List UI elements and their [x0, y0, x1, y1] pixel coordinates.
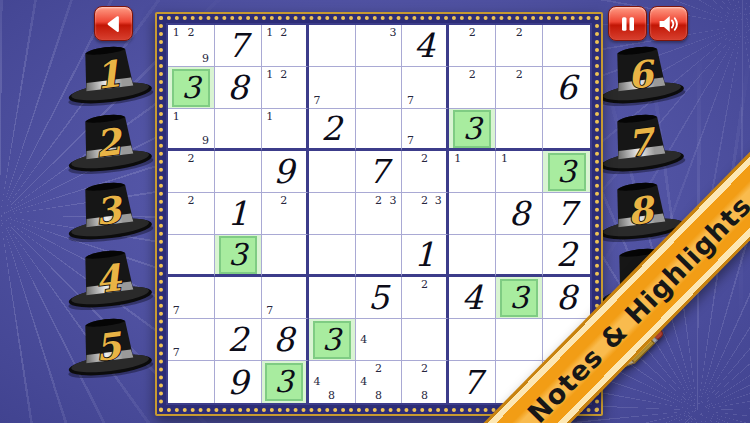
svg-text:1: 1: [93, 52, 123, 98]
pause-icon: [615, 12, 641, 36]
cell-r1c4[interactable]: [309, 25, 356, 67]
pencil-marks: 2: [450, 26, 494, 65]
pencil-marks: 2: [497, 68, 541, 107]
cell-value: 7: [368, 155, 389, 188]
hat-5[interactable]: 5: [62, 315, 154, 377]
cell-value: 2: [556, 238, 577, 271]
cell-r3c2[interactable]: [215, 109, 262, 151]
cell-value-highlighted: 3: [265, 363, 303, 401]
hat-7[interactable]: 7: [594, 111, 686, 173]
top-hat-icon: 7: [594, 111, 686, 173]
cell-r2c1[interactable]: 3: [168, 67, 215, 109]
hat-2[interactable]: 2: [62, 111, 154, 173]
cell-value: 7: [462, 366, 483, 399]
cell-r1c3[interactable]: 12: [262, 25, 309, 67]
cell-r6c7[interactable]: [449, 235, 496, 277]
back-button[interactable]: [94, 6, 133, 41]
cell-r6c3[interactable]: [262, 235, 309, 277]
top-hat-icon: 5: [62, 315, 154, 377]
cell-value-highlighted: 3: [313, 321, 351, 359]
cell-r5c2[interactable]: 1: [215, 193, 262, 235]
pencil-marks: 28: [403, 362, 445, 402]
cell-r9c4[interactable]: 48: [309, 361, 356, 403]
pencil-marks: 23: [357, 194, 401, 233]
top-hat-icon: 4: [62, 247, 154, 309]
top-hat-icon: 2: [62, 111, 154, 173]
pencil-marks: 7: [169, 278, 213, 317]
cell-r4c9[interactable]: 3: [543, 151, 590, 193]
hat-tray-right: 678: [594, 43, 686, 241]
cell-value: 7: [556, 197, 577, 230]
cell-r7c2[interactable]: [215, 277, 262, 319]
pencil-marks: 1: [497, 152, 541, 191]
cell-r9c2[interactable]: 9: [215, 361, 262, 403]
cell-r8c6[interactable]: [402, 319, 449, 361]
cell-r9c5[interactable]: 248: [356, 361, 403, 403]
cell-r9c7[interactable]: 7: [449, 361, 496, 403]
cell-r2c7[interactable]: 2: [449, 67, 496, 109]
cell-value: 9: [227, 366, 248, 399]
pencil-marks: 7: [263, 278, 305, 317]
pause-button[interactable]: [608, 6, 647, 41]
cell-r2c4[interactable]: 7: [309, 67, 356, 109]
pencil-marks: 248: [357, 362, 401, 402]
cell-r3c4[interactable]: 2: [309, 109, 356, 151]
cell-r5c5[interactable]: 23: [356, 193, 403, 235]
pencil-marks: 7: [169, 320, 213, 359]
cell-value: 4: [414, 29, 435, 62]
cell-r2c8[interactable]: 2: [496, 67, 543, 109]
pencil-marks: 3: [357, 26, 401, 65]
cell-value: 8: [227, 71, 248, 104]
cell-r8c5[interactable]: 4: [356, 319, 403, 361]
cell-r8c7[interactable]: [449, 319, 496, 361]
cell-value-highlighted: 3: [172, 69, 210, 107]
speaker-icon: [656, 12, 682, 36]
cell-value: 8: [509, 197, 530, 230]
cell-value-highlighted: 3: [500, 279, 538, 317]
cell-r1c6[interactable]: 4: [402, 25, 449, 67]
cell-r6c9[interactable]: 2: [543, 235, 590, 277]
cell-r4c3[interactable]: 9: [262, 151, 309, 193]
cell-value: 5: [368, 281, 389, 314]
cell-value-highlighted: 3: [219, 236, 257, 274]
cell-value: 6: [556, 71, 577, 104]
cell-r3c3[interactable]: 1: [262, 109, 309, 151]
cell-r7c7[interactable]: 4: [449, 277, 496, 319]
pencil-marks: 7: [310, 68, 354, 107]
cell-value: 1: [227, 197, 248, 230]
cell-r4c5[interactable]: 7: [356, 151, 403, 193]
cell-r6c1[interactable]: [168, 235, 215, 277]
cell-r5c9[interactable]: 7: [543, 193, 590, 235]
cell-value: 8: [273, 323, 294, 356]
pencil-marks: 1: [263, 110, 305, 147]
cell-r4c6[interactable]: 2: [402, 151, 449, 193]
cell-value: 7: [227, 29, 248, 62]
cell-r1c7[interactable]: 2: [449, 25, 496, 67]
cell-r7c6[interactable]: 2: [402, 277, 449, 319]
cell-r2c6[interactable]: 7: [402, 67, 449, 109]
cell-r7c8[interactable]: 3: [496, 277, 543, 319]
top-hat-icon: 1: [62, 43, 154, 105]
cell-r3c6[interactable]: 7: [402, 109, 449, 151]
cell-r5c3[interactable]: 2: [262, 193, 309, 235]
sudoku-grid: 1297123422381277226191273297211321223238…: [166, 23, 592, 405]
pencil-marks: 7: [403, 68, 445, 107]
hat-1[interactable]: 1: [62, 43, 154, 105]
cell-r2c5[interactable]: [356, 67, 403, 109]
pencil-marks: 2: [497, 26, 541, 65]
cell-r3c9[interactable]: [543, 109, 590, 151]
cell-r3c8[interactable]: [496, 109, 543, 151]
cell-r8c8[interactable]: [496, 319, 543, 361]
hat-tray-left: 12345: [62, 43, 154, 377]
back-arrow-icon: [101, 12, 127, 36]
cell-r8c2[interactable]: 2: [215, 319, 262, 361]
cell-r5c6[interactable]: 23: [402, 193, 449, 235]
cell-r7c5[interactable]: 5: [356, 277, 403, 319]
pencil-marks: 2: [450, 68, 494, 107]
pencil-marks: 2: [169, 194, 213, 233]
cell-r6c2[interactable]: 3: [215, 235, 262, 277]
cell-r7c3[interactable]: 7: [262, 277, 309, 319]
cell-r1c8[interactable]: 2: [496, 25, 543, 67]
cell-r1c1[interactable]: 129: [168, 25, 215, 67]
pencil-marks: 1: [450, 152, 494, 191]
cell-r2c3[interactable]: 12: [262, 67, 309, 109]
cell-r4c7[interactable]: 1: [449, 151, 496, 193]
hat-4[interactable]: 4: [62, 247, 154, 309]
cell-r1c5[interactable]: 3: [356, 25, 403, 67]
cell-r9c1[interactable]: [168, 361, 215, 403]
cell-value: 2: [227, 323, 248, 356]
cell-r3c5[interactable]: [356, 109, 403, 151]
cell-r5c7[interactable]: [449, 193, 496, 235]
cell-r6c4[interactable]: [309, 235, 356, 277]
top-hat-icon: 6: [594, 43, 686, 105]
cell-value: 1: [414, 238, 435, 271]
pencil-marks: 129: [169, 26, 213, 65]
sudoku-app-screen: { "game": "sudoku", "position": "0700040…: [0, 0, 750, 423]
cell-r7c4[interactable]: [309, 277, 356, 319]
top-hat-icon: 3: [62, 179, 154, 241]
pencil-marks: 2: [263, 194, 305, 233]
cell-r9c6[interactable]: 28: [402, 361, 449, 403]
cell-value: 4: [462, 281, 483, 314]
pencil-marks: 4: [357, 320, 401, 359]
cell-value-highlighted: 3: [548, 153, 586, 191]
cell-r6c5[interactable]: [356, 235, 403, 277]
cell-r4c2[interactable]: [215, 151, 262, 193]
cell-r6c6[interactable]: 1: [402, 235, 449, 277]
pencil-marks: 23: [403, 194, 445, 233]
sudoku-board: 1297123422381277226191273297211321223238…: [155, 12, 603, 416]
hat-6[interactable]: 6: [594, 43, 686, 105]
cell-r8c4[interactable]: 3: [309, 319, 356, 361]
cell-r4c4[interactable]: [309, 151, 356, 193]
cell-r4c1[interactable]: 2: [168, 151, 215, 193]
pencil-marks: 48: [310, 362, 354, 402]
pencil-marks: 12: [263, 26, 305, 65]
hat-3[interactable]: 3: [62, 179, 154, 241]
cell-value: 2: [321, 112, 342, 145]
cell-r8c3[interactable]: 8: [262, 319, 309, 361]
cell-r5c4[interactable]: [309, 193, 356, 235]
pencil-marks: 19: [169, 110, 213, 147]
cell-r5c8[interactable]: 8: [496, 193, 543, 235]
cell-r9c3[interactable]: 3: [262, 361, 309, 403]
cell-r2c9[interactable]: 6: [543, 67, 590, 109]
cell-r1c9[interactable]: [543, 25, 590, 67]
cell-r7c1[interactable]: 7: [168, 277, 215, 319]
pencil-marks: 7: [403, 110, 445, 147]
cell-r8c1[interactable]: 7: [168, 319, 215, 361]
pencil-marks: 2: [403, 152, 445, 191]
cell-r6c8[interactable]: [496, 235, 543, 277]
cell-r5c1[interactable]: 2: [168, 193, 215, 235]
pencil-marks: 12: [263, 68, 305, 107]
cell-r4c8[interactable]: 1: [496, 151, 543, 193]
cell-r2c2[interactable]: 8: [215, 67, 262, 109]
cell-value: 8: [556, 281, 577, 314]
cell-value-highlighted: 3: [453, 110, 491, 148]
cell-r3c7[interactable]: 3: [449, 109, 496, 151]
pencil-marks: 2: [403, 278, 445, 317]
cell-value: 9: [273, 155, 294, 188]
sound-button[interactable]: [649, 6, 688, 41]
cell-r3c1[interactable]: 19: [168, 109, 215, 151]
cell-r7c9[interactable]: 8: [543, 277, 590, 319]
pencil-marks: 2: [169, 152, 213, 191]
cell-r1c2[interactable]: 7: [215, 25, 262, 67]
